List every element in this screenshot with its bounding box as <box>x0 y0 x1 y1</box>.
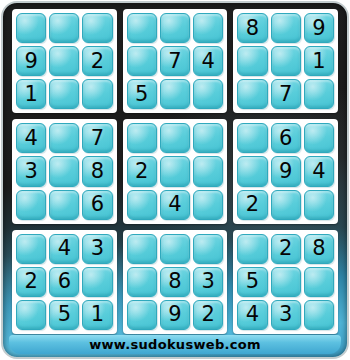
sudoku-cell-r8c6[interactable]: 3 <box>193 267 223 297</box>
sudoku-cell-r7c2[interactable]: 4 <box>49 234 79 264</box>
sudoku-block-3: 8917 <box>233 9 338 113</box>
site-url[interactable]: www.sudokusweb.com <box>89 337 261 352</box>
sudoku-cell-r3c9[interactable] <box>304 79 334 109</box>
sudoku-cell-r1c8[interactable] <box>271 13 301 43</box>
sudoku-cell-r4c9[interactable] <box>304 123 334 153</box>
sudoku-cell-r9c7[interactable]: 4 <box>237 300 267 330</box>
sudoku-block-6: 6942 <box>233 119 338 223</box>
sudoku-cell-r3c3[interactable] <box>82 79 112 109</box>
sudoku-cell-r5c6[interactable] <box>193 156 223 186</box>
sudoku-cell-r3c1[interactable]: 1 <box>16 79 46 109</box>
sudoku-cell-r6c2[interactable] <box>49 190 79 220</box>
sudoku-cell-r4c8[interactable]: 6 <box>271 123 301 153</box>
sudoku-cell-r1c4[interactable] <box>127 13 157 43</box>
sudoku-cell-r1c7[interactable]: 8 <box>237 13 267 43</box>
sudoku-cell-r8c1[interactable]: 2 <box>16 267 46 297</box>
sudoku-cell-r1c3[interactable] <box>82 13 112 43</box>
sudoku-cell-r3c5[interactable] <box>160 79 190 109</box>
sudoku-cell-r9c8[interactable]: 3 <box>271 300 301 330</box>
sudoku-block-2: 745 <box>123 9 228 113</box>
sudoku-cell-r6c1[interactable] <box>16 190 46 220</box>
sudoku-cell-r8c5[interactable]: 8 <box>160 267 190 297</box>
sudoku-cell-r2c6[interactable]: 4 <box>193 46 223 76</box>
sudoku-cell-r5c1[interactable]: 3 <box>16 156 46 186</box>
sudoku-cell-r9c3[interactable]: 1 <box>82 300 112 330</box>
sudoku-cell-r7c3[interactable]: 3 <box>82 234 112 264</box>
sudoku-cell-r6c6[interactable] <box>193 190 223 220</box>
sudoku-cell-r9c4[interactable] <box>127 300 157 330</box>
sudoku-cell-r8c8[interactable] <box>271 267 301 297</box>
sudoku-cell-r1c1[interactable] <box>16 13 46 43</box>
sudoku-cell-r2c5[interactable]: 7 <box>160 46 190 76</box>
sudoku-cell-r4c1[interactable]: 4 <box>16 123 46 153</box>
sudoku-cell-r6c8[interactable] <box>271 190 301 220</box>
sudoku-cell-r2c4[interactable] <box>127 46 157 76</box>
sudoku-cell-r6c4[interactable] <box>127 190 157 220</box>
sudoku-cell-r6c3[interactable]: 6 <box>82 190 112 220</box>
sudoku-block-8: 8392 <box>123 230 228 334</box>
sudoku-cell-r5c7[interactable] <box>237 156 267 186</box>
sudoku-cell-r3c6[interactable] <box>193 79 223 109</box>
sudoku-cell-r2c2[interactable] <box>49 46 79 76</box>
sudoku-cell-r4c7[interactable] <box>237 123 267 153</box>
sudoku-cell-r8c7[interactable]: 5 <box>237 267 267 297</box>
sudoku-cell-r9c2[interactable]: 5 <box>49 300 79 330</box>
sudoku-cell-r7c4[interactable] <box>127 234 157 264</box>
sudoku-cell-r4c6[interactable] <box>193 123 223 153</box>
sudoku-cell-r8c9[interactable] <box>304 267 334 297</box>
sudoku-cell-r5c2[interactable] <box>49 156 79 186</box>
sudoku-cell-r5c5[interactable] <box>160 156 190 186</box>
site-footer: www.sudokusweb.com <box>9 335 341 354</box>
sudoku-cell-r7c7[interactable] <box>237 234 267 264</box>
sudoku-cell-r9c5[interactable]: 9 <box>160 300 190 330</box>
sudoku-cell-r5c9[interactable]: 4 <box>304 156 334 186</box>
sudoku-cell-r1c6[interactable] <box>193 13 223 43</box>
sudoku-cell-r4c5[interactable] <box>160 123 190 153</box>
sudoku-cell-r5c8[interactable]: 9 <box>271 156 301 186</box>
sudoku-cell-r7c9[interactable]: 8 <box>304 234 334 264</box>
sudoku-cell-r3c2[interactable] <box>49 79 79 109</box>
sudoku-block-7: 432651 <box>12 230 117 334</box>
sudoku-cell-r8c2[interactable]: 6 <box>49 267 79 297</box>
sudoku-cell-r2c9[interactable]: 1 <box>304 46 334 76</box>
sudoku-cell-r1c2[interactable] <box>49 13 79 43</box>
sudoku-cell-r4c3[interactable]: 7 <box>82 123 112 153</box>
sudoku-block-4: 47386 <box>12 119 117 223</box>
sudoku-cell-r3c4[interactable]: 5 <box>127 79 157 109</box>
sudoku-cell-r2c1[interactable]: 9 <box>16 46 46 76</box>
sudoku-cell-r2c3[interactable]: 2 <box>82 46 112 76</box>
sudoku-cell-r9c1[interactable] <box>16 300 46 330</box>
sudoku-cell-r6c5[interactable]: 4 <box>160 190 190 220</box>
sudoku-cell-r3c8[interactable]: 7 <box>271 79 301 109</box>
sudoku-cell-r1c5[interactable] <box>160 13 190 43</box>
sudoku-cell-r5c4[interactable]: 2 <box>127 156 157 186</box>
sudoku-cell-r9c9[interactable] <box>304 300 334 330</box>
sudoku-cell-r5c3[interactable]: 8 <box>82 156 112 186</box>
sudoku-cell-r7c6[interactable] <box>193 234 223 264</box>
sudoku-block-1: 921 <box>12 9 117 113</box>
sudoku-block-9: 28543 <box>233 230 338 334</box>
sudoku-cell-r2c7[interactable] <box>237 46 267 76</box>
sudoku-cell-r6c9[interactable] <box>304 190 334 220</box>
sudoku-cell-r1c9[interactable]: 9 <box>304 13 334 43</box>
sudoku-cell-r7c1[interactable] <box>16 234 46 264</box>
sudoku-cell-r3c7[interactable] <box>237 79 267 109</box>
sudoku-cell-r7c5[interactable] <box>160 234 190 264</box>
sudoku-cell-r8c3[interactable] <box>82 267 112 297</box>
sudoku-cell-r9c6[interactable]: 2 <box>193 300 223 330</box>
sudoku-cell-r6c7[interactable]: 2 <box>237 190 267 220</box>
sudoku-cell-r4c4[interactable] <box>127 123 157 153</box>
sudoku-block-5: 24 <box>123 119 228 223</box>
sudoku-cell-r2c8[interactable] <box>271 46 301 76</box>
sudoku-cell-r4c2[interactable] <box>49 123 79 153</box>
sudoku-board-frame: 921745891747386246942432651839228543 www… <box>1 1 349 359</box>
sudoku-grid: 921745891747386246942432651839228543 <box>12 9 338 334</box>
sudoku-cell-r7c8[interactable]: 2 <box>271 234 301 264</box>
sudoku-cell-r8c4[interactable] <box>127 267 157 297</box>
